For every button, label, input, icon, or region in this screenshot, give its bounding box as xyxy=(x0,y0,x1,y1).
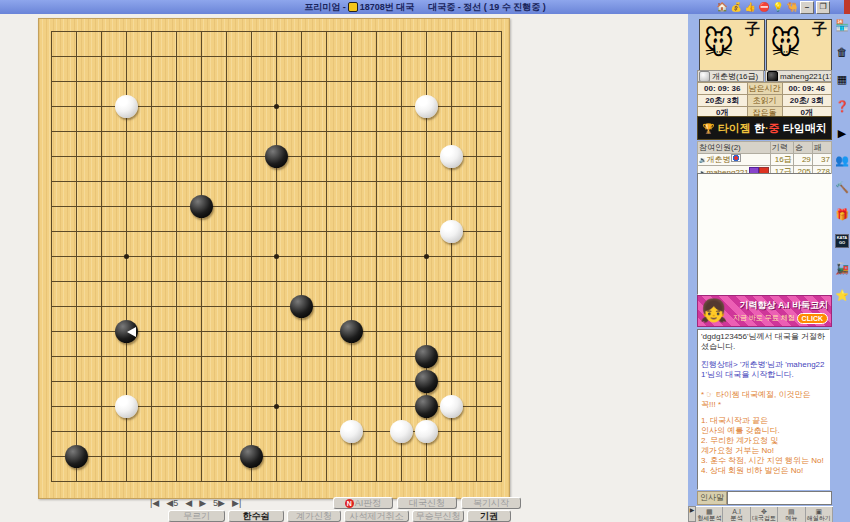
ad-subtitle: 지금 바로 무료 체험 xyxy=(733,313,795,323)
white-stone-D16 xyxy=(115,95,138,118)
panel-button-해설하기[interactable]: ▣해설하기 xyxy=(806,507,833,522)
black-stone-K14 xyxy=(265,145,288,168)
black-stone-Q6 xyxy=(415,345,438,368)
hand-icon[interactable]: 👍 xyxy=(744,1,756,13)
participants-header-2: 승 xyxy=(793,142,812,154)
chat-input[interactable] xyxy=(727,491,832,505)
gold-icon[interactable]: 💰 xyxy=(730,1,742,13)
wins: 29 xyxy=(793,154,812,166)
new-badge-icon: N xyxy=(345,499,354,508)
panel-button-메뉴[interactable]: ▤메뉴 xyxy=(778,507,805,522)
title-prefix: 프리미엄 - xyxy=(304,1,346,14)
help-icon[interactable]: ❓ xyxy=(835,99,849,113)
action-계가신청[interactable]: 계가신청 xyxy=(287,510,341,522)
white-stone-N3 xyxy=(340,420,363,443)
chat-message-4: 인사의 예를 갖춥니다. xyxy=(701,426,826,436)
tygem-game-window: 프리미엄 - 18708번 대국 대국중 - 정선 ( 19 수 진행중 ) 🏠… xyxy=(0,0,850,522)
panel-button-icon: ▤ xyxy=(788,508,795,515)
white-stone-Q16 xyxy=(415,95,438,118)
black-stone-N7 xyxy=(340,320,363,343)
tv-icon[interactable]: ▶ xyxy=(835,126,849,140)
chat-message-0: 'dgdg123456'님께서 대국을 거절하셨습니다. xyxy=(701,332,826,352)
side-icon-strip: 🏪🗑▦❓▶👥🔨🎁KATA GO🚂⭐ xyxy=(834,14,850,522)
action-복기시작[interactable]: 복기시작 xyxy=(461,497,521,509)
panel-button-icon: A.I xyxy=(732,508,741,515)
star-icon[interactable]: ⭐ xyxy=(835,288,849,302)
go-board xyxy=(38,18,510,499)
premium-badge-icon xyxy=(348,2,358,12)
chat-message-7: 3. 훈수 착점, 시간 지연 행위는 No! xyxy=(701,456,826,466)
avatar-black: 🐭 子 xyxy=(766,19,832,71)
people-icon[interactable]: 👥 xyxy=(835,153,849,167)
panel-button-대국검토[interactable]: ✥대국검토 xyxy=(751,507,778,522)
black-avatar-mark: 子 xyxy=(812,20,827,39)
shop-icon[interactable]: 🏪 xyxy=(835,18,849,32)
action-기권[interactable]: 기권 xyxy=(467,510,511,522)
tools-icon[interactable]: 🔨 xyxy=(835,180,849,194)
participant-row-0[interactable]: 🔉개춘병16급2937 xyxy=(698,154,832,166)
losses: 37 xyxy=(812,154,831,166)
right-panel: 🐭 子 🐭 子 개춘병(16급) maheng221(17급 00: 09: 3… xyxy=(688,14,850,522)
bulb-icon[interactable]: 💡 xyxy=(772,1,784,13)
white-stone-R14 xyxy=(440,145,463,168)
participants-header-1: 기력 xyxy=(770,142,793,154)
hoshi-point xyxy=(274,104,279,109)
black-avatar-image: 🐭 xyxy=(770,26,801,61)
chat-message-8: 4. 상대 회원 비하 발언은 No! xyxy=(701,466,826,476)
trophy-icon: 🏆 xyxy=(702,123,714,134)
bin-icon[interactable]: 🗑 xyxy=(835,45,849,59)
panel-button-형세분석[interactable]: ▦형세분석 xyxy=(696,507,723,522)
chat-message-2: * ☞ 타이젬 대국예절, 이것만은 꼭!!! * xyxy=(701,390,826,410)
black-player-name: maheng221(17급 xyxy=(765,70,832,82)
board-icon[interactable]: ▦ xyxy=(835,72,849,86)
katago-icon[interactable]: KATA GO xyxy=(835,234,849,248)
black-stone-icon xyxy=(767,71,778,82)
action-대국신청[interactable]: 대국신청 xyxy=(397,497,457,509)
black-time-0: 00: 09: 46 xyxy=(782,83,832,95)
nav-button-4[interactable]: 5▶ xyxy=(213,498,225,508)
hoshi-point xyxy=(274,254,279,259)
panel-button-label: 메뉴 xyxy=(785,515,797,522)
banner-text: 타이젬 한·중 타임매치 xyxy=(718,121,827,136)
panel-button-icon: ▦ xyxy=(706,508,713,515)
participants-header-3: 패 xyxy=(812,142,831,154)
greeting-row: 인사말 xyxy=(697,491,832,505)
ad-title: 기력향상 A.I 바둑코치 xyxy=(739,299,828,312)
title-game-number: 18708번 대국 xyxy=(360,1,415,14)
close-button[interactable] xyxy=(844,0,850,14)
board-grid[interactable] xyxy=(51,31,502,482)
clock-table: 00: 09: 36남은시간00: 09: 4620초/ 3회초읽기20초/ 3… xyxy=(697,82,832,119)
white-stone-P3 xyxy=(390,420,413,443)
black-stone-Q4 xyxy=(415,395,438,418)
minimize-button[interactable]: – xyxy=(800,1,814,14)
train-icon[interactable]: 🚂 xyxy=(835,261,849,275)
black-stone-G12 xyxy=(190,195,213,218)
black-stone-B2 xyxy=(65,445,88,468)
home-icon[interactable]: 🏠 xyxy=(716,1,728,13)
hoshi-point xyxy=(124,254,129,259)
panel-button-label: 대국검토 xyxy=(752,515,776,522)
spectator-list[interactable] xyxy=(697,173,832,295)
panel-button-bar: ▦형세분석A.I분석✥대국검토▤메뉴▣해설하기 xyxy=(696,506,833,522)
black-stone-J2 xyxy=(240,445,263,468)
white-stone-Q3 xyxy=(415,420,438,443)
white-stone-R11 xyxy=(440,220,463,243)
avatar-white: 🐭 子 xyxy=(699,19,765,71)
time-label-1: 초읽기 xyxy=(747,95,782,107)
chat-message-5: 2. 무리한 계가요청 및 xyxy=(701,436,826,446)
white-time-1: 20초/ 3회 xyxy=(698,95,748,107)
titlebar-icon-tray: 🏠💰👍⛔💡🐫 xyxy=(716,1,798,13)
black-time-1: 20초/ 3회 xyxy=(782,95,832,107)
last-move-marker xyxy=(127,327,136,337)
window-titlebar: 프리미엄 - 18708번 대국 대국중 - 정선 ( 19 수 진행중 ) 🏠… xyxy=(0,0,850,14)
team-match-banner[interactable]: 🏆 타이젬 한·중 타임매치 xyxy=(697,116,832,140)
nav-button-0[interactable]: |◀ xyxy=(150,498,159,508)
white-stone-R4 xyxy=(440,395,463,418)
action-사석제거취소[interactable]: 사석제거취소 xyxy=(344,510,409,522)
white-avatar-image: 🐭 xyxy=(703,26,734,61)
panel-button-분석[interactable]: A.I분석 xyxy=(723,507,750,522)
hoshi-point xyxy=(274,404,279,409)
restore-button[interactable]: ❐ xyxy=(816,1,830,14)
participants-header-0: 참여인원(2) xyxy=(698,142,771,154)
action-무르기[interactable]: 무르기 xyxy=(168,510,225,522)
chat-message-3: 1. 대국시작과 끝은 xyxy=(701,416,826,426)
chat-message-1: 진행상태> '개춘병'님과 'maheng221'님의 대국을 시작합니다. xyxy=(701,360,826,380)
panel-button-icon: ✥ xyxy=(761,508,767,515)
gift-icon[interactable]: 🎁 xyxy=(835,207,849,221)
stop-icon[interactable]: ⛔ xyxy=(758,1,770,13)
white-stone-icon xyxy=(699,71,710,82)
nav-button-5[interactable]: ▶| xyxy=(232,498,241,508)
speaker-icon: 🔉 xyxy=(699,157,707,163)
hoshi-point xyxy=(424,254,429,259)
chat-message-6: 계가요청 거부는 No! xyxy=(701,446,826,456)
nav-button-3[interactable]: ▶ xyxy=(199,498,206,508)
black-stone-D7 xyxy=(115,320,138,343)
greeting-label: 인사말 xyxy=(697,491,727,505)
rank: 16급 xyxy=(770,154,793,166)
panel-button-label: 분석 xyxy=(731,515,743,522)
move-nav-bar: |◀◀5◀▶5▶▶| xyxy=(150,498,241,508)
nav-button-1[interactable]: ◀5 xyxy=(166,498,178,508)
chat-log: 'dgdg123456'님께서 대국을 거절하셨습니다.진행상태> '개춘병'님… xyxy=(697,329,830,490)
panel-button-icon: ▣ xyxy=(816,508,823,515)
white-stone-D4 xyxy=(115,395,138,418)
panel-collapse-handle[interactable]: ▶ xyxy=(688,506,696,522)
black-stone-Q5 xyxy=(415,370,438,393)
panel-button-label: 해설하기 xyxy=(807,515,831,522)
ai-coach-ad[interactable]: 👧 기력향상 A.I 바둑코치 지금 바로 무료 체험 CLICK xyxy=(697,295,832,327)
white-avatar-mark: 子 xyxy=(745,20,760,39)
action-AI판정[interactable]: NAI판정 xyxy=(333,497,393,509)
ad-click-button[interactable]: CLICK xyxy=(797,313,828,324)
black-stone-L8 xyxy=(290,295,313,318)
nav-button-2[interactable]: ◀ xyxy=(185,498,192,508)
action-한수쉼[interactable]: 한수쉼 xyxy=(228,510,284,522)
time-label-0: 남은시간 xyxy=(747,83,782,95)
title-status: 대국중 - 정선 ( 19 수 진행중 ) xyxy=(428,1,546,14)
panel-button-label: 형세분석 xyxy=(697,515,721,522)
camel-icon[interactable]: 🐫 xyxy=(786,1,798,13)
kr-flag-icon xyxy=(731,154,741,162)
window-buttons: –❐ xyxy=(800,1,830,14)
ad-character: 👧 xyxy=(700,298,727,324)
action-무승부신청[interactable]: 무승부신청 xyxy=(412,510,464,522)
white-time-0: 00: 09: 36 xyxy=(698,83,748,95)
white-player-name: 개춘병(16급) xyxy=(697,70,764,82)
